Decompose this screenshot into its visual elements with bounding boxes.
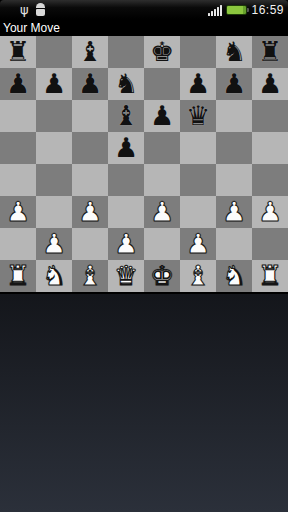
square-e5[interactable] <box>144 132 180 164</box>
white-pawn: ♟ <box>114 229 138 259</box>
black-queen: ♛ <box>186 101 210 131</box>
square-d5[interactable]: ♟ <box>108 132 144 164</box>
white-pawn: ♟ <box>6 197 30 227</box>
square-g3[interactable]: ♟ <box>216 196 252 228</box>
white-knight: ♞ <box>42 261 66 291</box>
square-h5[interactable] <box>252 132 288 164</box>
square-g4[interactable] <box>216 164 252 196</box>
lower-background <box>0 294 288 512</box>
black-pawn: ♟ <box>42 69 66 99</box>
square-e6[interactable]: ♟ <box>144 100 180 132</box>
chess-board[interactable]: ♜♝♚♞♜♟♟♟♞♟♟♟♝♟♛♟♟♟♟♟♟♟♟♟♜♞♝♛♚♝♞♜ <box>0 36 288 294</box>
square-d3[interactable] <box>108 196 144 228</box>
square-b2[interactable]: ♟ <box>36 228 72 260</box>
square-a6[interactable] <box>0 100 36 132</box>
white-pawn: ♟ <box>258 197 282 227</box>
square-g8[interactable]: ♞ <box>216 36 252 68</box>
square-c7[interactable]: ♟ <box>72 68 108 100</box>
square-e4[interactable] <box>144 164 180 196</box>
square-h8[interactable]: ♜ <box>252 36 288 68</box>
white-pawn: ♟ <box>186 229 210 259</box>
square-a5[interactable] <box>0 132 36 164</box>
square-e3[interactable]: ♟ <box>144 196 180 228</box>
black-pawn: ♟ <box>114 133 138 163</box>
square-e8[interactable]: ♚ <box>144 36 180 68</box>
title-bar: Your Move <box>0 19 288 36</box>
square-h7[interactable]: ♟ <box>252 68 288 100</box>
square-c1[interactable]: ♝ <box>72 260 108 292</box>
black-king: ♚ <box>150 37 174 67</box>
square-a4[interactable] <box>0 164 36 196</box>
square-d1[interactable]: ♛ <box>108 260 144 292</box>
square-h1[interactable]: ♜ <box>252 260 288 292</box>
white-king: ♚ <box>150 261 174 291</box>
square-b8[interactable] <box>36 36 72 68</box>
square-f2[interactable]: ♟ <box>180 228 216 260</box>
black-pawn: ♟ <box>6 69 30 99</box>
square-b4[interactable] <box>36 164 72 196</box>
white-bishop: ♝ <box>186 261 210 291</box>
square-c3[interactable]: ♟ <box>72 196 108 228</box>
square-f7[interactable]: ♟ <box>180 68 216 100</box>
white-pawn: ♟ <box>42 229 66 259</box>
white-knight: ♞ <box>222 261 246 291</box>
black-knight: ♞ <box>222 37 246 67</box>
square-e2[interactable] <box>144 228 180 260</box>
white-queen: ♛ <box>114 261 138 291</box>
black-bishop: ♝ <box>114 101 138 131</box>
black-pawn: ♟ <box>186 69 210 99</box>
square-h6[interactable] <box>252 100 288 132</box>
square-a8[interactable]: ♜ <box>0 36 36 68</box>
status-bar-left: ψ <box>20 3 46 16</box>
square-a1[interactable]: ♜ <box>0 260 36 292</box>
square-c5[interactable] <box>72 132 108 164</box>
square-e1[interactable]: ♚ <box>144 260 180 292</box>
signal-strength-icon <box>208 4 222 16</box>
clock-text: 16:59 <box>251 3 284 17</box>
square-h4[interactable] <box>252 164 288 196</box>
status-bar-right: 16:59 <box>208 3 284 17</box>
square-d2[interactable]: ♟ <box>108 228 144 260</box>
black-bishop: ♝ <box>78 37 102 67</box>
white-pawn: ♟ <box>150 197 174 227</box>
square-g2[interactable] <box>216 228 252 260</box>
square-c8[interactable]: ♝ <box>72 36 108 68</box>
square-a3[interactable]: ♟ <box>0 196 36 228</box>
square-f3[interactable] <box>180 196 216 228</box>
black-pawn: ♟ <box>258 69 282 99</box>
square-f6[interactable]: ♛ <box>180 100 216 132</box>
square-b3[interactable] <box>36 196 72 228</box>
square-g7[interactable]: ♟ <box>216 68 252 100</box>
black-pawn: ♟ <box>78 69 102 99</box>
phone-screen: ψ 16:59 Your Move ♜♝♚♞♜♟♟♟♞♟♟♟♝♟♛♟♟♟♟♟♟♟… <box>0 0 288 512</box>
square-a7[interactable]: ♟ <box>0 68 36 100</box>
square-c2[interactable] <box>72 228 108 260</box>
square-a2[interactable] <box>0 228 36 260</box>
usb-icon: ψ <box>20 3 29 16</box>
square-g5[interactable] <box>216 132 252 164</box>
square-g1[interactable]: ♞ <box>216 260 252 292</box>
status-bar: ψ 16:59 <box>0 0 288 19</box>
square-b7[interactable]: ♟ <box>36 68 72 100</box>
black-rook: ♜ <box>6 37 30 67</box>
square-b1[interactable]: ♞ <box>36 260 72 292</box>
white-pawn: ♟ <box>78 197 102 227</box>
square-f5[interactable] <box>180 132 216 164</box>
square-b6[interactable] <box>36 100 72 132</box>
square-c6[interactable] <box>72 100 108 132</box>
black-pawn: ♟ <box>150 101 174 131</box>
black-rook: ♜ <box>258 37 282 67</box>
square-h3[interactable]: ♟ <box>252 196 288 228</box>
black-knight: ♞ <box>114 69 138 99</box>
battery-icon <box>226 5 247 15</box>
square-f8[interactable] <box>180 36 216 68</box>
square-c4[interactable] <box>72 164 108 196</box>
black-pawn: ♟ <box>222 69 246 99</box>
white-rook: ♜ <box>6 261 30 291</box>
white-pawn: ♟ <box>222 197 246 227</box>
square-b5[interactable] <box>36 132 72 164</box>
square-e7[interactable] <box>144 68 180 100</box>
white-bishop: ♝ <box>78 261 102 291</box>
square-g6[interactable] <box>216 100 252 132</box>
square-d4[interactable] <box>108 164 144 196</box>
square-h2[interactable] <box>252 228 288 260</box>
white-rook: ♜ <box>258 261 282 291</box>
square-d6[interactable]: ♝ <box>108 100 144 132</box>
square-d7[interactable]: ♞ <box>108 68 144 100</box>
move-status-label: Your Move <box>3 21 60 35</box>
android-debug-icon <box>35 3 46 16</box>
square-d8[interactable] <box>108 36 144 68</box>
square-f4[interactable] <box>180 164 216 196</box>
square-f1[interactable]: ♝ <box>180 260 216 292</box>
